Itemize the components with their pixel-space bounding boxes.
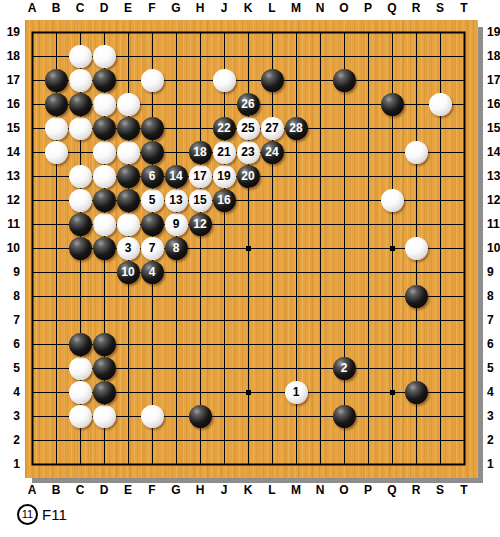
caption-point-label: F11: [42, 506, 67, 523]
go-board[interactable]: 1234567891012131415161718192021222324252…: [25, 20, 478, 478]
stone-white-R10[interactable]: [405, 237, 428, 260]
row-label-right-10: 10: [487, 241, 500, 255]
stone-black-F14[interactable]: [141, 141, 164, 164]
row-label-right-9: 9: [487, 265, 500, 279]
stone-black-D6[interactable]: [93, 333, 116, 356]
row-label-left-18: 18: [0, 49, 20, 63]
col-label-bottom-C: C: [68, 483, 92, 497]
col-label-bottom-T: T: [452, 483, 476, 497]
stone-white-B15[interactable]: [45, 117, 68, 140]
stone-white-C18[interactable]: [69, 45, 92, 68]
stone-black-F15[interactable]: [141, 117, 164, 140]
stone-black-move-12-H11[interactable]: 12: [189, 213, 212, 236]
col-label-top-N: N: [308, 1, 332, 15]
star-point-Q10: [390, 246, 395, 251]
stone-white-E16[interactable]: [117, 93, 140, 116]
stone-white-D18[interactable]: [93, 45, 116, 68]
stone-white-move-5-F12[interactable]: 5: [141, 189, 164, 212]
stone-black-move-28-M15[interactable]: 28: [285, 117, 308, 140]
row-label-right-19: 19: [487, 25, 500, 39]
stone-black-C6[interactable]: [69, 333, 92, 356]
stone-white-move-17-H13[interactable]: 17: [189, 165, 212, 188]
col-label-bottom-J: J: [212, 483, 236, 497]
col-label-top-H: H: [188, 1, 212, 15]
col-label-bottom-E: E: [116, 483, 140, 497]
row-label-left-15: 15: [0, 121, 20, 135]
col-label-top-E: E: [116, 1, 140, 15]
col-label-top-D: D: [92, 1, 116, 15]
col-label-top-T: T: [452, 1, 476, 15]
stone-white-move-15-H12[interactable]: 15: [189, 189, 212, 212]
stone-black-E13[interactable]: [117, 165, 140, 188]
stone-white-move-19-J13[interactable]: 19: [213, 165, 236, 188]
row-label-right-16: 16: [487, 97, 500, 111]
stone-black-B17[interactable]: [45, 69, 68, 92]
stone-white-R14[interactable]: [405, 141, 428, 164]
stone-black-D4[interactable]: [93, 381, 116, 404]
stone-white-C5[interactable]: [69, 357, 92, 380]
stone-black-E15[interactable]: [117, 117, 140, 140]
col-label-top-M: M: [284, 1, 308, 15]
row-label-right-2: 2: [487, 433, 500, 447]
stone-black-move-24-L14[interactable]: 24: [261, 141, 284, 164]
row-label-left-14: 14: [0, 145, 20, 159]
stone-white-D11[interactable]: [93, 213, 116, 236]
row-label-right-3: 3: [487, 409, 500, 423]
stone-white-D3[interactable]: [93, 405, 116, 428]
col-label-top-K: K: [236, 1, 260, 15]
stone-black-R8[interactable]: [405, 285, 428, 308]
stone-black-move-18-H14[interactable]: 18: [189, 141, 212, 164]
go-kifu-diagram: ABCDEFGHJKLMNOPQRST ABCDEFGHJKLMNOPQRST …: [0, 0, 500, 537]
row-label-right-13: 13: [487, 169, 500, 183]
col-label-bottom-H: H: [188, 483, 212, 497]
row-label-right-4: 4: [487, 385, 500, 399]
stone-white-E14[interactable]: [117, 141, 140, 164]
stone-white-move-27-L15[interactable]: 27: [261, 117, 284, 140]
col-label-top-L: L: [260, 1, 284, 15]
row-label-left-3: 3: [0, 409, 20, 423]
col-label-bottom-K: K: [236, 483, 260, 497]
stone-black-move-10-E9[interactable]: 10: [117, 261, 140, 284]
stone-black-move-8-G10[interactable]: 8: [165, 237, 188, 260]
col-label-top-R: R: [404, 1, 428, 15]
stone-white-C3[interactable]: [69, 405, 92, 428]
row-label-left-19: 19: [0, 25, 20, 39]
col-label-bottom-O: O: [332, 483, 356, 497]
stone-white-move-21-J14[interactable]: 21: [213, 141, 236, 164]
stone-black-B16[interactable]: [45, 93, 68, 116]
stone-black-L17[interactable]: [261, 69, 284, 92]
star-point-K10: [246, 246, 251, 251]
stone-black-O3[interactable]: [333, 405, 356, 428]
col-label-bottom-B: B: [44, 483, 68, 497]
stone-white-move-1-M4[interactable]: 1: [285, 381, 308, 404]
col-label-top-P: P: [356, 1, 380, 15]
col-label-bottom-D: D: [92, 483, 116, 497]
col-label-top-O: O: [332, 1, 356, 15]
stone-white-C15[interactable]: [69, 117, 92, 140]
row-label-left-4: 4: [0, 385, 20, 399]
stone-white-B14[interactable]: [45, 141, 68, 164]
stone-white-D16[interactable]: [93, 93, 116, 116]
stone-white-move-23-K14[interactable]: 23: [237, 141, 260, 164]
col-label-bottom-N: N: [308, 483, 332, 497]
row-label-right-11: 11: [487, 217, 500, 231]
row-label-left-16: 16: [0, 97, 20, 111]
stone-black-D5[interactable]: [93, 357, 116, 380]
stone-black-H3[interactable]: [189, 405, 212, 428]
col-label-bottom-P: P: [356, 483, 380, 497]
stone-black-D17[interactable]: [93, 69, 116, 92]
stone-white-S16[interactable]: [429, 93, 452, 116]
row-label-left-7: 7: [0, 313, 20, 327]
star-point-K4: [246, 390, 251, 395]
col-label-bottom-M: M: [284, 483, 308, 497]
stone-white-C17[interactable]: [69, 69, 92, 92]
stone-white-move-3-E10[interactable]: 3: [117, 237, 140, 260]
col-label-bottom-R: R: [404, 483, 428, 497]
stone-black-E12[interactable]: [117, 189, 140, 212]
stone-white-move-9-G11[interactable]: 9: [165, 213, 188, 236]
stone-white-J17[interactable]: [213, 69, 236, 92]
stone-black-move-4-F9[interactable]: 4: [141, 261, 164, 284]
stone-black-F11[interactable]: [141, 213, 164, 236]
stone-black-D10[interactable]: [93, 237, 116, 260]
row-label-left-13: 13: [0, 169, 20, 183]
col-label-bottom-F: F: [140, 483, 164, 497]
stone-black-O17[interactable]: [333, 69, 356, 92]
col-label-top-A: A: [20, 1, 44, 15]
stone-black-D15[interactable]: [93, 117, 116, 140]
row-label-right-6: 6: [487, 337, 500, 351]
col-label-bottom-Q: Q: [380, 483, 404, 497]
stone-white-move-13-G12[interactable]: 13: [165, 189, 188, 212]
col-label-top-F: F: [140, 1, 164, 15]
stone-black-move-2-O5[interactable]: 2: [333, 357, 356, 380]
row-label-right-5: 5: [487, 361, 500, 375]
col-label-bottom-A: A: [20, 483, 44, 497]
stone-white-D13[interactable]: [93, 165, 116, 188]
col-label-bottom-S: S: [428, 483, 452, 497]
stone-black-C16[interactable]: [69, 93, 92, 116]
row-label-right-12: 12: [487, 193, 500, 207]
stone-black-Q16[interactable]: [381, 93, 404, 116]
stone-white-F17[interactable]: [141, 69, 164, 92]
stone-black-move-16-J12[interactable]: 16: [213, 189, 236, 212]
row-label-left-5: 5: [0, 361, 20, 375]
row-label-right-1: 1: [487, 457, 500, 471]
col-label-top-B: B: [44, 1, 68, 15]
stone-white-C12[interactable]: [69, 189, 92, 212]
col-label-top-J: J: [212, 1, 236, 15]
stone-white-Q12[interactable]: [381, 189, 404, 212]
row-label-right-15: 15: [487, 121, 500, 135]
caption-move-11-stone: 11: [17, 504, 38, 525]
row-label-left-6: 6: [0, 337, 20, 351]
row-label-left-2: 2: [0, 433, 20, 447]
star-point-Q4: [390, 390, 395, 395]
col-label-top-C: C: [68, 1, 92, 15]
row-label-left-11: 11: [0, 217, 20, 231]
row-label-left-12: 12: [0, 193, 20, 207]
row-label-left-9: 9: [0, 265, 20, 279]
stone-black-D12[interactable]: [93, 189, 116, 212]
stone-white-D14[interactable]: [93, 141, 116, 164]
stone-white-F3[interactable]: [141, 405, 164, 428]
stone-black-C10[interactable]: [69, 237, 92, 260]
stone-black-move-26-K16[interactable]: 26: [237, 93, 260, 116]
stone-white-C13[interactable]: [69, 165, 92, 188]
row-label-left-1: 1: [0, 457, 20, 471]
stone-black-C11[interactable]: [69, 213, 92, 236]
row-label-left-8: 8: [0, 289, 20, 303]
col-label-top-S: S: [428, 1, 452, 15]
stone-white-move-7-F10[interactable]: 7: [141, 237, 164, 260]
stone-white-move-25-K15[interactable]: 25: [237, 117, 260, 140]
row-label-left-17: 17: [0, 73, 20, 87]
row-label-right-14: 14: [487, 145, 500, 159]
move-caption: 11 F11: [17, 502, 67, 526]
row-label-right-7: 7: [487, 313, 500, 327]
col-label-top-Q: Q: [380, 1, 404, 15]
row-label-left-10: 10: [0, 241, 20, 255]
row-label-right-17: 17: [487, 73, 500, 87]
row-label-right-8: 8: [487, 289, 500, 303]
stone-white-E11[interactable]: [117, 213, 140, 236]
stone-white-C4[interactable]: [69, 381, 92, 404]
stone-black-move-22-J15[interactable]: 22: [213, 117, 236, 140]
stone-black-move-20-K13[interactable]: 20: [237, 165, 260, 188]
row-label-right-18: 18: [487, 49, 500, 63]
stone-black-move-6-F13[interactable]: 6: [141, 165, 164, 188]
col-label-top-G: G: [164, 1, 188, 15]
col-label-bottom-G: G: [164, 483, 188, 497]
stone-black-move-14-G13[interactable]: 14: [165, 165, 188, 188]
stone-black-R4[interactable]: [405, 381, 428, 404]
col-label-bottom-L: L: [260, 483, 284, 497]
